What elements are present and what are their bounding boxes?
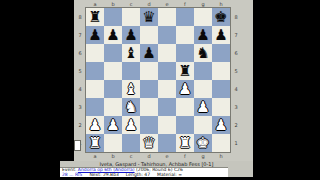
file-label-b: b <box>104 0 122 8</box>
square-c8[interactable] <box>122 8 140 26</box>
file-labels-bottom: abcdefgh <box>86 152 230 160</box>
square-f2[interactable] <box>176 116 194 134</box>
board-panel: abcdefgh 87654321 ♜♛♚♟♟♟♟♟♝♟♞♜♝♟♞♟♟♟♟♟♜♛… <box>74 0 253 161</box>
rank-label-5: 5 <box>230 62 242 80</box>
square-d7[interactable] <box>140 26 158 44</box>
square-a1[interactable]: ♜ <box>86 134 104 152</box>
rank-label-8: 8 <box>74 8 86 26</box>
black-pawn[interactable]: ♟ <box>212 26 230 44</box>
white-to-move-indicator <box>74 140 81 151</box>
black-rook[interactable]: ♜ <box>86 8 104 26</box>
square-b8[interactable] <box>104 8 122 26</box>
file-label-h: h <box>212 152 230 160</box>
square-c6[interactable]: ♝ <box>122 44 140 62</box>
square-a6[interactable] <box>86 44 104 62</box>
file-label-h: h <box>212 0 230 8</box>
square-d8[interactable]: ♛ <box>140 8 158 26</box>
rank-labels-right: 87654321 <box>230 8 242 152</box>
square-b4[interactable] <box>104 80 122 98</box>
square-e5[interactable] <box>158 62 176 80</box>
square-g3[interactable]: ♟ <box>194 98 212 116</box>
square-a2[interactable]: ♟ <box>86 116 104 134</box>
stat-token: Material: = <box>157 172 182 177</box>
square-e3[interactable] <box>158 98 176 116</box>
square-g4[interactable] <box>194 80 212 98</box>
stat-token: 28 ... Rf5 <box>62 172 82 177</box>
white-pawn[interactable]: ♟ <box>176 80 194 98</box>
file-label-a: a <box>86 152 104 160</box>
white-rook[interactable]: ♜ <box>86 134 104 152</box>
square-f8[interactable] <box>176 8 194 26</box>
white-knight[interactable]: ♞ <box>122 98 140 116</box>
square-d6[interactable]: ♟ <box>140 44 158 62</box>
rank-label-7: 7 <box>74 26 86 44</box>
file-label-a: a <box>86 0 104 8</box>
stat-token: Next: 29.Bb3 <box>89 172 118 177</box>
square-f7[interactable] <box>176 26 194 44</box>
square-e1[interactable] <box>158 134 176 152</box>
square-b6[interactable] <box>104 44 122 62</box>
file-label-c: c <box>122 0 140 8</box>
square-c5[interactable] <box>122 62 140 80</box>
square-d4[interactable] <box>140 80 158 98</box>
rank-label-4: 4 <box>230 80 242 98</box>
file-label-c: c <box>122 152 140 160</box>
footer: Iveta, Gaspard - Tahirhoun, Achbab Fess … <box>60 161 253 177</box>
rank-label-1: 1 <box>230 134 242 152</box>
square-g8[interactable] <box>194 8 212 26</box>
rank-label-8: 8 <box>230 8 242 26</box>
square-f4[interactable]: ♟ <box>176 80 194 98</box>
square-a5[interactable] <box>86 62 104 80</box>
file-label-f: f <box>176 0 194 8</box>
rank-label-4: 4 <box>74 80 86 98</box>
black-pawn[interactable]: ♟ <box>104 26 122 44</box>
white-pawn[interactable]: ♟ <box>122 116 140 134</box>
rank-label-3: 3 <box>74 98 86 116</box>
square-e6[interactable] <box>158 44 176 62</box>
square-e2[interactable] <box>158 116 176 134</box>
square-c3[interactable]: ♞ <box>122 98 140 116</box>
square-h7[interactable]: ♟ <box>212 26 230 44</box>
square-h2[interactable]: ♟ <box>212 116 230 134</box>
black-pawn[interactable]: ♟ <box>122 26 140 44</box>
square-c7[interactable]: ♟ <box>122 26 140 44</box>
stats-line: 28 ... Rf5Next: 29.Bb3Length: 47Material… <box>62 173 226 178</box>
black-king[interactable]: ♚ <box>212 8 230 26</box>
square-c4[interactable]: ♝ <box>122 80 140 98</box>
rank-labels-left: 87654321 <box>74 8 86 152</box>
square-c2[interactable]: ♟ <box>122 116 140 134</box>
square-b2[interactable]: ♟ <box>104 116 122 134</box>
white-bishop[interactable]: ♝ <box>122 80 140 98</box>
square-h8[interactable]: ♚ <box>212 8 230 26</box>
square-h5[interactable] <box>212 62 230 80</box>
black-knight[interactable]: ♞ <box>194 44 212 62</box>
black-queen[interactable]: ♛ <box>140 8 158 26</box>
square-d1[interactable]: ♛ <box>140 134 158 152</box>
file-label-d: d <box>140 0 158 8</box>
rank-label-6: 6 <box>74 44 86 62</box>
square-e8[interactable] <box>158 8 176 26</box>
square-h1[interactable] <box>212 134 230 152</box>
black-rook[interactable]: ♜ <box>176 62 194 80</box>
white-queen[interactable]: ♛ <box>140 134 158 152</box>
game-info-box: Event: Andorra op 6th (Andorra) (2006; R… <box>60 167 228 177</box>
square-d3[interactable] <box>140 98 158 116</box>
square-h6[interactable] <box>212 44 230 62</box>
square-g5[interactable] <box>194 62 212 80</box>
white-pawn[interactable]: ♟ <box>86 116 104 134</box>
rank-label-7: 7 <box>230 26 242 44</box>
stat-token: Length: 47 <box>126 172 150 177</box>
square-f1[interactable]: ♜ <box>176 134 194 152</box>
file-label-g: g <box>194 152 212 160</box>
square-h3[interactable] <box>212 98 230 116</box>
white-pawn[interactable]: ♟ <box>104 116 122 134</box>
black-pawn[interactable]: ♟ <box>86 26 104 44</box>
white-king[interactable]: ♚ <box>194 134 212 152</box>
square-g2[interactable] <box>194 116 212 134</box>
chess-board: ♜♛♚♟♟♟♟♟♝♟♞♜♝♟♞♟♟♟♟♟♜♛♜♚ <box>86 8 230 152</box>
square-g1[interactable]: ♚ <box>194 134 212 152</box>
black-bishop[interactable]: ♝ <box>122 44 140 62</box>
square-h4[interactable] <box>212 80 230 98</box>
square-d5[interactable] <box>140 62 158 80</box>
square-f5[interactable]: ♜ <box>176 62 194 80</box>
white-rook[interactable]: ♜ <box>176 134 194 152</box>
rank-label-2: 2 <box>230 116 242 134</box>
screenshot-root: abcdefgh 87654321 ♜♛♚♟♟♟♟♟♝♟♞♜♝♟♞♟♟♟♟♟♜♛… <box>0 0 320 180</box>
square-b3[interactable] <box>104 98 122 116</box>
rank-label-6: 6 <box>230 44 242 62</box>
file-label-b: b <box>104 152 122 160</box>
square-c1[interactable] <box>122 134 140 152</box>
rank-label-3: 3 <box>230 98 242 116</box>
square-a7[interactable]: ♟ <box>86 26 104 44</box>
square-b1[interactable] <box>104 134 122 152</box>
square-b7[interactable]: ♟ <box>104 26 122 44</box>
square-e7[interactable] <box>158 26 176 44</box>
file-label-e: e <box>158 0 176 8</box>
square-e4[interactable] <box>158 80 176 98</box>
square-a8[interactable]: ♜ <box>86 8 104 26</box>
square-b5[interactable] <box>104 62 122 80</box>
black-pawn[interactable]: ♟ <box>194 26 212 44</box>
file-label-f: f <box>176 152 194 160</box>
white-pawn[interactable]: ♟ <box>194 98 212 116</box>
file-label-g: g <box>194 0 212 8</box>
square-d2[interactable] <box>140 116 158 134</box>
square-a3[interactable] <box>86 98 104 116</box>
square-f6[interactable] <box>176 44 194 62</box>
white-pawn[interactable]: ♟ <box>212 116 230 134</box>
file-label-d: d <box>140 152 158 160</box>
rank-label-2: 2 <box>74 116 86 134</box>
square-g7[interactable]: ♟ <box>194 26 212 44</box>
file-label-e: e <box>158 152 176 160</box>
rank-label-5: 5 <box>74 62 86 80</box>
square-g6[interactable]: ♞ <box>194 44 212 62</box>
square-f3[interactable] <box>176 98 194 116</box>
black-pawn[interactable]: ♟ <box>140 44 158 62</box>
file-labels-top: abcdefgh <box>86 0 230 8</box>
square-a4[interactable] <box>86 80 104 98</box>
